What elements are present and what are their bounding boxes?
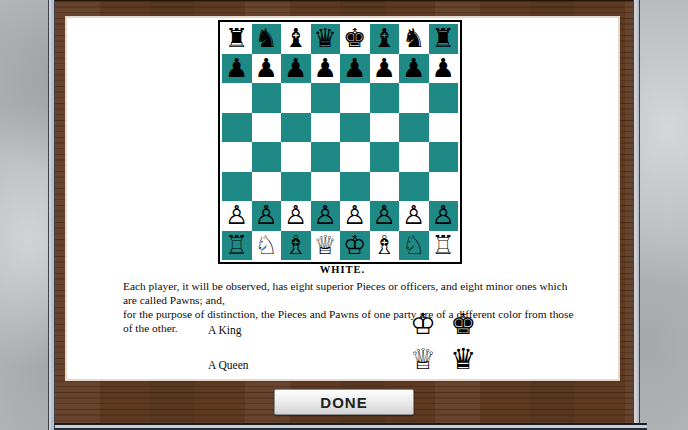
piece-black-bishop: ♝ xyxy=(373,24,396,54)
piece-black-pawn: ♟ xyxy=(284,54,307,84)
square-f5 xyxy=(370,113,400,143)
square-e3 xyxy=(340,172,370,202)
square-a3 xyxy=(222,172,252,202)
piece-black-bishop: ♝ xyxy=(284,24,307,54)
square-c3 xyxy=(281,172,311,202)
square-d8: ♛ xyxy=(311,24,341,54)
square-b5 xyxy=(252,113,282,143)
square-h8: ♜ xyxy=(429,24,459,54)
frame-trim-right xyxy=(633,0,640,430)
piece-white-pawn: ♙ xyxy=(402,201,425,231)
lesson-paragraph-line1: Each player, it will be observed, has ei… xyxy=(123,279,583,307)
square-g2: ♙ xyxy=(399,201,429,231)
square-a8: ♜ xyxy=(222,24,252,54)
square-a4 xyxy=(222,142,252,172)
square-d2: ♙ xyxy=(311,201,341,231)
square-h6 xyxy=(429,83,459,113)
square-b8: ♞ xyxy=(252,24,282,54)
lesson-paragraph-line2: for the purpose of distinction, the Piec… xyxy=(123,307,583,335)
piece-black-pawn: ♟ xyxy=(255,54,278,84)
square-b3 xyxy=(252,172,282,202)
square-g5 xyxy=(399,113,429,143)
piece-white-pawn: ♙ xyxy=(314,201,337,231)
piece-white-rook: ♖ xyxy=(432,231,455,261)
piece-white-knight: ♘ xyxy=(402,231,425,261)
piece-white-pawn: ♙ xyxy=(343,201,366,231)
square-h5 xyxy=(429,113,459,143)
piece-white-pawn: ♙ xyxy=(225,201,248,231)
square-c1: ♗ xyxy=(281,231,311,261)
piece-black-queen: ♛ xyxy=(314,24,337,54)
square-f3 xyxy=(370,172,400,202)
square-d5 xyxy=(311,113,341,143)
square-d3 xyxy=(311,172,341,202)
square-c5 xyxy=(281,113,311,143)
square-a7: ♟ xyxy=(222,54,252,84)
piece-white-pawn: ♙ xyxy=(255,201,278,231)
square-e2: ♙ xyxy=(340,201,370,231)
square-a5 xyxy=(222,113,252,143)
black-king-icon: ♚ xyxy=(450,307,476,341)
square-b2: ♙ xyxy=(252,201,282,231)
piece-black-pawn: ♟ xyxy=(225,54,248,84)
square-h7: ♟ xyxy=(429,54,459,84)
square-f2: ♙ xyxy=(370,201,400,231)
piece-white-pawn: ♙ xyxy=(432,201,455,231)
frame-trim-left xyxy=(48,0,55,430)
square-f4 xyxy=(370,142,400,172)
black-queen-icon: ♛ xyxy=(450,342,476,376)
square-b4 xyxy=(252,142,282,172)
square-c6 xyxy=(281,83,311,113)
square-h4 xyxy=(429,142,459,172)
square-f7: ♟ xyxy=(370,54,400,84)
square-a6 xyxy=(222,83,252,113)
frame-trim-bottom xyxy=(55,423,647,430)
square-h3 xyxy=(429,172,459,202)
square-c7: ♟ xyxy=(281,54,311,84)
square-d1: ♕ xyxy=(311,231,341,261)
piece-white-king: ♔ xyxy=(343,231,366,261)
square-g1: ♘ xyxy=(399,231,429,261)
piece-black-pawn: ♟ xyxy=(314,54,337,84)
square-e4 xyxy=(340,142,370,172)
piece-black-king: ♚ xyxy=(343,24,366,54)
square-g3 xyxy=(399,172,429,202)
square-d4 xyxy=(311,142,341,172)
piece-black-knight: ♞ xyxy=(402,24,425,54)
piece-white-rook: ♖ xyxy=(225,231,248,261)
square-e8: ♚ xyxy=(340,24,370,54)
square-a1: ♖ xyxy=(222,231,252,261)
square-h1: ♖ xyxy=(429,231,459,261)
square-e1: ♔ xyxy=(340,231,370,261)
square-f8: ♝ xyxy=(370,24,400,54)
piece-white-knight: ♘ xyxy=(255,231,278,261)
white-queen-icon: ♕ xyxy=(410,342,436,376)
square-f1: ♗ xyxy=(370,231,400,261)
square-e7: ♟ xyxy=(340,54,370,84)
chess-board-grid: ♜♞♝♛♚♝♞♜♟♟♟♟♟♟♟♟♙♙♙♙♙♙♙♙♖♘♗♕♔♗♘♖ xyxy=(222,24,458,260)
square-f6 xyxy=(370,83,400,113)
square-c8: ♝ xyxy=(281,24,311,54)
board-caption: WHITE. xyxy=(67,264,618,275)
square-g6 xyxy=(399,83,429,113)
piece-black-rook: ♜ xyxy=(432,24,455,54)
legend-glyphs-queen: ♕ ♛ xyxy=(410,344,481,374)
content-panel: ♜♞♝♛♚♝♞♜♟♟♟♟♟♟♟♟♙♙♙♙♙♙♙♙♖♘♗♕♔♗♘♖ WHITE. … xyxy=(67,18,618,379)
legend-glyphs-king: ♔ ♚ xyxy=(410,309,481,339)
lesson-paragraph: Each player, it will be observed, has ei… xyxy=(123,279,583,335)
square-e5 xyxy=(340,113,370,143)
wood-frame: ♜♞♝♛♚♝♞♜♟♟♟♟♟♟♟♟♙♙♙♙♙♙♙♙♖♘♗♕♔♗♘♖ WHITE. … xyxy=(55,0,633,430)
square-h2: ♙ xyxy=(429,201,459,231)
chess-board: ♜♞♝♛♚♝♞♜♟♟♟♟♟♟♟♟♙♙♙♙♙♙♙♙♖♘♗♕♔♗♘♖ xyxy=(218,20,462,264)
legend-label-queen: A Queen xyxy=(208,359,249,371)
window-frame: ♜♞♝♛♚♝♞♜♟♟♟♟♟♟♟♟♙♙♙♙♙♙♙♙♖♘♗♕♔♗♘♖ WHITE. … xyxy=(48,0,640,430)
square-b1: ♘ xyxy=(252,231,282,261)
background: ♜♞♝♛♚♝♞♜♟♟♟♟♟♟♟♟♙♙♙♙♙♙♙♙♖♘♗♕♔♗♘♖ WHITE. … xyxy=(0,0,688,430)
piece-white-pawn: ♙ xyxy=(373,201,396,231)
piece-white-queen: ♕ xyxy=(314,231,337,261)
white-king-icon: ♔ xyxy=(410,307,436,341)
square-d7: ♟ xyxy=(311,54,341,84)
square-b7: ♟ xyxy=(252,54,282,84)
legend-label-king: A King xyxy=(208,324,242,336)
piece-black-rook: ♜ xyxy=(225,24,248,54)
piece-black-pawn: ♟ xyxy=(432,54,455,84)
square-c2: ♙ xyxy=(281,201,311,231)
square-c4 xyxy=(281,142,311,172)
square-b6 xyxy=(252,83,282,113)
piece-white-bishop: ♗ xyxy=(373,231,396,261)
square-g7: ♟ xyxy=(399,54,429,84)
square-d6 xyxy=(311,83,341,113)
piece-white-pawn: ♙ xyxy=(284,201,307,231)
piece-black-knight: ♞ xyxy=(255,24,278,54)
square-g4 xyxy=(399,142,429,172)
piece-black-pawn: ♟ xyxy=(373,54,396,84)
piece-white-bishop: ♗ xyxy=(284,231,307,261)
square-a2: ♙ xyxy=(222,201,252,231)
piece-black-pawn: ♟ xyxy=(402,54,425,84)
piece-black-pawn: ♟ xyxy=(343,54,366,84)
done-button[interactable]: DONE xyxy=(274,389,414,415)
square-e6 xyxy=(340,83,370,113)
square-g8: ♞ xyxy=(399,24,429,54)
